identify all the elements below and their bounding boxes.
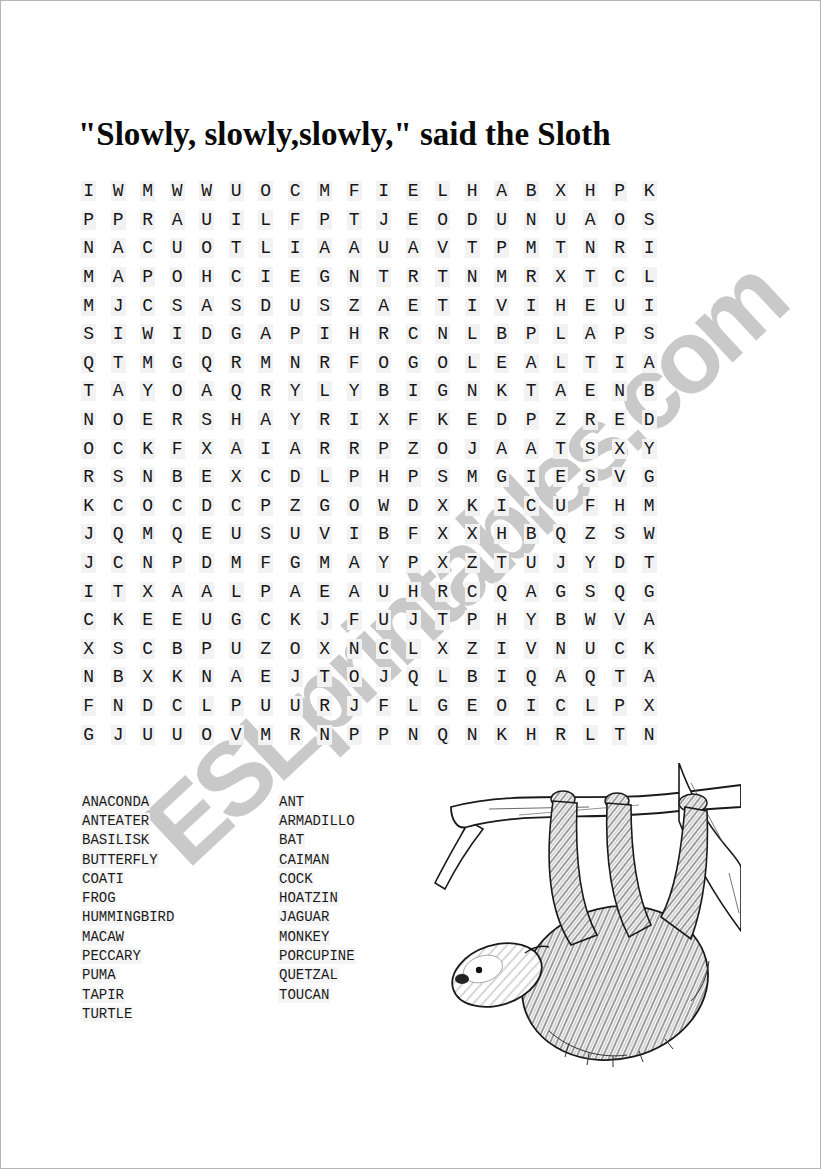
grid-cell[interactable]: R xyxy=(310,349,340,378)
grid-cell[interactable]: Y xyxy=(576,549,606,578)
grid-cell[interactable]: E xyxy=(576,377,606,406)
grid-cell[interactable]: G xyxy=(310,263,340,292)
grid-cell[interactable]: I xyxy=(369,177,399,206)
grid-cell[interactable]: K xyxy=(487,720,517,749)
grid-cell[interactable]: F xyxy=(340,177,370,206)
grid-cell[interactable]: O xyxy=(192,720,222,749)
grid-cell[interactable]: R xyxy=(517,263,547,292)
grid-cell[interactable]: L xyxy=(458,349,488,378)
grid-cell[interactable]: T xyxy=(428,291,458,320)
grid-cell[interactable]: P xyxy=(251,492,281,521)
grid-cell[interactable]: H xyxy=(576,177,606,206)
grid-cell[interactable]: T xyxy=(428,263,458,292)
grid-cell[interactable]: O xyxy=(605,206,635,235)
grid-cell[interactable]: O xyxy=(251,177,281,206)
grid-cell[interactable]: F xyxy=(369,692,399,721)
grid-cell[interactable]: P xyxy=(369,720,399,749)
grid-cell[interactable]: A xyxy=(576,320,606,349)
grid-cell[interactable]: B xyxy=(487,320,517,349)
grid-cell[interactable]: M xyxy=(635,492,665,521)
grid-cell[interactable]: C xyxy=(605,263,635,292)
grid-cell[interactable]: L xyxy=(546,320,576,349)
grid-cell[interactable]: C xyxy=(133,234,163,263)
grid-cell[interactable]: L xyxy=(458,320,488,349)
grid-cell[interactable]: N xyxy=(546,635,576,664)
grid-cell[interactable]: I xyxy=(635,291,665,320)
grid-cell[interactable]: E xyxy=(163,606,193,635)
grid-cell[interactable]: H xyxy=(340,320,370,349)
grid-cell[interactable]: C xyxy=(133,635,163,664)
grid-cell[interactable]: A xyxy=(104,234,134,263)
grid-cell[interactable]: L xyxy=(251,234,281,263)
grid-cell[interactable]: P xyxy=(487,234,517,263)
grid-cell[interactable]: L xyxy=(399,635,429,664)
grid-cell[interactable]: T xyxy=(546,234,576,263)
grid-cell[interactable]: S xyxy=(635,206,665,235)
grid-cell[interactable]: N xyxy=(281,349,311,378)
grid-cell[interactable]: K xyxy=(163,663,193,692)
grid-cell[interactable]: X xyxy=(635,692,665,721)
grid-cell[interactable]: N xyxy=(340,635,370,664)
grid-cell[interactable]: I xyxy=(458,291,488,320)
grid-cell[interactable]: F xyxy=(74,692,104,721)
grid-cell[interactable]: N xyxy=(458,377,488,406)
grid-cell[interactable]: P xyxy=(163,549,193,578)
grid-cell[interactable]: A xyxy=(104,263,134,292)
grid-cell[interactable]: H xyxy=(399,577,429,606)
grid-cell[interactable]: Z xyxy=(399,434,429,463)
grid-cell[interactable]: E xyxy=(576,291,606,320)
grid-cell[interactable]: N xyxy=(133,463,163,492)
grid-cell[interactable]: T xyxy=(576,349,606,378)
grid-cell[interactable]: O xyxy=(104,406,134,435)
grid-cell[interactable]: P xyxy=(222,692,252,721)
grid-cell[interactable]: M xyxy=(74,263,104,292)
grid-cell[interactable]: D xyxy=(605,549,635,578)
grid-cell[interactable]: O xyxy=(163,377,193,406)
grid-cell[interactable]: U xyxy=(163,720,193,749)
grid-cell[interactable]: A xyxy=(517,434,547,463)
grid-cell[interactable]: N xyxy=(74,663,104,692)
grid-cell[interactable]: N xyxy=(340,263,370,292)
grid-cell[interactable]: I xyxy=(635,234,665,263)
grid-cell[interactable]: U xyxy=(192,206,222,235)
grid-cell[interactable]: L xyxy=(399,692,429,721)
grid-cell[interactable]: T xyxy=(104,349,134,378)
grid-cell[interactable]: N xyxy=(605,377,635,406)
grid-cell[interactable]: W xyxy=(104,177,134,206)
grid-cell[interactable]: A xyxy=(310,234,340,263)
grid-cell[interactable]: Y xyxy=(281,377,311,406)
grid-cell[interactable]: W xyxy=(576,606,606,635)
grid-cell[interactable]: V xyxy=(517,635,547,664)
grid-cell[interactable]: N xyxy=(192,663,222,692)
grid-cell[interactable]: V xyxy=(605,463,635,492)
grid-cell[interactable]: P xyxy=(458,606,488,635)
grid-cell[interactable]: J xyxy=(369,663,399,692)
grid-cell[interactable]: J xyxy=(369,206,399,235)
grid-cell[interactable]: J xyxy=(458,434,488,463)
grid-cell[interactable]: Y xyxy=(133,377,163,406)
grid-cell[interactable]: A xyxy=(163,206,193,235)
grid-cell[interactable]: P xyxy=(133,263,163,292)
grid-cell[interactable]: J xyxy=(74,549,104,578)
grid-cell[interactable]: T xyxy=(487,549,517,578)
grid-cell[interactable]: U xyxy=(605,291,635,320)
grid-cell[interactable]: X xyxy=(369,406,399,435)
grid-cell[interactable]: C xyxy=(104,549,134,578)
grid-cell[interactable]: I xyxy=(74,577,104,606)
grid-cell[interactable]: B xyxy=(635,377,665,406)
grid-cell[interactable]: A xyxy=(635,349,665,378)
grid-cell[interactable]: Y xyxy=(340,377,370,406)
grid-cell[interactable]: A xyxy=(192,377,222,406)
grid-cell[interactable]: Q xyxy=(517,663,547,692)
grid-cell[interactable]: T xyxy=(458,234,488,263)
grid-cell[interactable]: R xyxy=(281,720,311,749)
grid-cell[interactable]: P xyxy=(74,206,104,235)
grid-cell[interactable]: U xyxy=(369,577,399,606)
grid-cell[interactable]: E xyxy=(458,692,488,721)
grid-cell[interactable]: L xyxy=(546,349,576,378)
grid-cell[interactable]: N xyxy=(576,234,606,263)
grid-cell[interactable]: O xyxy=(163,263,193,292)
grid-cell[interactable]: Y xyxy=(517,606,547,635)
grid-cell[interactable]: R xyxy=(369,320,399,349)
grid-cell[interactable]: R xyxy=(74,463,104,492)
grid-cell[interactable]: I xyxy=(281,234,311,263)
grid-cell[interactable]: U xyxy=(192,606,222,635)
grid-cell[interactable]: Q xyxy=(74,349,104,378)
grid-cell[interactable]: B xyxy=(517,177,547,206)
grid-cell[interactable]: S xyxy=(251,520,281,549)
grid-cell[interactable]: D xyxy=(251,291,281,320)
grid-cell[interactable]: S xyxy=(576,577,606,606)
grid-cell[interactable]: O xyxy=(340,663,370,692)
grid-cell[interactable]: O xyxy=(428,349,458,378)
grid-cell[interactable]: S xyxy=(222,291,252,320)
grid-cell[interactable]: J xyxy=(281,663,311,692)
grid-cell[interactable]: I xyxy=(517,692,547,721)
grid-cell[interactable]: L xyxy=(251,206,281,235)
grid-cell[interactable]: T xyxy=(369,263,399,292)
grid-cell[interactable]: R xyxy=(222,349,252,378)
grid-cell[interactable]: M xyxy=(458,463,488,492)
grid-cell[interactable]: L xyxy=(310,377,340,406)
grid-cell[interactable]: B xyxy=(369,520,399,549)
grid-cell[interactable]: S xyxy=(576,463,606,492)
grid-cell[interactable]: X xyxy=(133,663,163,692)
grid-cell[interactable]: T xyxy=(576,263,606,292)
grid-cell[interactable]: F xyxy=(281,206,311,235)
grid-cell[interactable]: D xyxy=(635,406,665,435)
grid-cell[interactable]: U xyxy=(222,177,252,206)
grid-cell[interactable]: G xyxy=(428,692,458,721)
grid-cell[interactable]: D xyxy=(192,320,222,349)
grid-cell[interactable]: G xyxy=(635,577,665,606)
grid-cell[interactable]: S xyxy=(428,463,458,492)
grid-cell[interactable]: P xyxy=(340,720,370,749)
grid-cell[interactable]: I xyxy=(340,406,370,435)
grid-cell[interactable]: Q xyxy=(192,349,222,378)
grid-cell[interactable]: B xyxy=(104,663,134,692)
grid-cell[interactable]: T xyxy=(635,549,665,578)
grid-cell[interactable]: K xyxy=(281,606,311,635)
grid-cell[interactable]: A xyxy=(517,349,547,378)
grid-cell[interactable]: C xyxy=(74,606,104,635)
grid-cell[interactable]: U xyxy=(222,635,252,664)
grid-cell[interactable]: T xyxy=(605,720,635,749)
grid-cell[interactable]: X xyxy=(74,635,104,664)
grid-cell[interactable]: M xyxy=(133,177,163,206)
grid-cell[interactable]: N xyxy=(133,549,163,578)
grid-cell[interactable]: U xyxy=(546,206,576,235)
grid-cell[interactable]: R xyxy=(133,206,163,235)
grid-cell[interactable]: R xyxy=(605,234,635,263)
grid-cell[interactable]: A xyxy=(281,577,311,606)
grid-cell[interactable]: I xyxy=(487,492,517,521)
grid-cell[interactable]: Z xyxy=(576,520,606,549)
grid-cell[interactable]: B xyxy=(163,635,193,664)
grid-cell[interactable]: Z xyxy=(251,635,281,664)
grid-cell[interactable]: H xyxy=(517,720,547,749)
grid-cell[interactable]: O xyxy=(340,492,370,521)
grid-cell[interactable]: G xyxy=(222,320,252,349)
grid-cell[interactable]: M xyxy=(310,177,340,206)
grid-cell[interactable]: E xyxy=(399,177,429,206)
grid-cell[interactable]: A xyxy=(635,606,665,635)
grid-cell[interactable]: M xyxy=(487,263,517,292)
grid-cell[interactable]: C xyxy=(399,320,429,349)
grid-cell[interactable]: H xyxy=(546,291,576,320)
grid-cell[interactable]: A xyxy=(222,663,252,692)
grid-cell[interactable]: A xyxy=(192,291,222,320)
grid-cell[interactable]: A xyxy=(487,434,517,463)
grid-cell[interactable]: L xyxy=(192,692,222,721)
grid-cell[interactable]: I xyxy=(251,263,281,292)
grid-cell[interactable]: N xyxy=(310,720,340,749)
grid-cell[interactable]: Q xyxy=(546,520,576,549)
grid-cell[interactable]: H xyxy=(487,606,517,635)
grid-cell[interactable]: C xyxy=(222,492,252,521)
grid-cell[interactable]: X xyxy=(428,549,458,578)
grid-cell[interactable]: U xyxy=(546,492,576,521)
grid-cell[interactable]: F xyxy=(251,549,281,578)
grid-cell[interactable]: O xyxy=(369,349,399,378)
grid-cell[interactable]: C xyxy=(104,434,134,463)
grid-cell[interactable]: C xyxy=(281,177,311,206)
grid-cell[interactable]: I xyxy=(251,434,281,463)
grid-cell[interactable]: Q xyxy=(605,577,635,606)
grid-cell[interactable]: P xyxy=(281,320,311,349)
grid-cell[interactable]: C xyxy=(133,291,163,320)
grid-cell[interactable]: S xyxy=(605,520,635,549)
grid-cell[interactable]: X xyxy=(133,577,163,606)
grid-cell[interactable]: I xyxy=(340,520,370,549)
grid-cell[interactable]: A xyxy=(281,434,311,463)
grid-cell[interactable]: I xyxy=(74,177,104,206)
grid-cell[interactable]: T xyxy=(74,377,104,406)
grid-cell[interactable]: T xyxy=(340,206,370,235)
grid-cell[interactable]: U xyxy=(369,606,399,635)
grid-cell[interactable]: A xyxy=(576,206,606,235)
grid-cell[interactable]: V xyxy=(487,291,517,320)
grid-cell[interactable]: B xyxy=(458,663,488,692)
grid-cell[interactable]: A xyxy=(340,577,370,606)
grid-cell[interactable]: T xyxy=(222,234,252,263)
grid-cell[interactable]: L xyxy=(428,177,458,206)
grid-cell[interactable]: P xyxy=(517,406,547,435)
grid-cell[interactable]: E xyxy=(546,463,576,492)
grid-cell[interactable]: L xyxy=(310,463,340,492)
grid-cell[interactable]: G xyxy=(399,349,429,378)
grid-cell[interactable]: G xyxy=(222,606,252,635)
grid-cell[interactable]: U xyxy=(517,549,547,578)
grid-cell[interactable]: U xyxy=(281,291,311,320)
grid-cell[interactable]: E xyxy=(605,406,635,435)
grid-cell[interactable]: O xyxy=(192,234,222,263)
grid-cell[interactable]: O xyxy=(487,692,517,721)
grid-cell[interactable]: H xyxy=(458,177,488,206)
grid-cell[interactable]: E xyxy=(487,349,517,378)
grid-cell[interactable]: K xyxy=(635,177,665,206)
grid-cell[interactable]: Z xyxy=(340,291,370,320)
grid-cell[interactable]: E xyxy=(133,406,163,435)
grid-cell[interactable]: A xyxy=(340,234,370,263)
grid-cell[interactable]: S xyxy=(576,434,606,463)
grid-cell[interactable]: M xyxy=(310,549,340,578)
grid-cell[interactable]: A xyxy=(635,663,665,692)
grid-cell[interactable]: U xyxy=(163,234,193,263)
grid-cell[interactable]: G xyxy=(74,720,104,749)
grid-cell[interactable]: N xyxy=(517,206,547,235)
grid-cell[interactable]: K xyxy=(487,377,517,406)
grid-cell[interactable]: C xyxy=(369,635,399,664)
grid-cell[interactable]: U xyxy=(251,692,281,721)
grid-cell[interactable]: L xyxy=(576,720,606,749)
grid-cell[interactable]: O xyxy=(133,492,163,521)
grid-cell[interactable]: N xyxy=(74,406,104,435)
grid-cell[interactable]: A xyxy=(222,434,252,463)
grid-cell[interactable]: S xyxy=(635,320,665,349)
grid-cell[interactable]: K xyxy=(458,492,488,521)
grid-cell[interactable]: F xyxy=(340,349,370,378)
grid-cell[interactable]: A xyxy=(192,577,222,606)
grid-cell[interactable]: T xyxy=(546,434,576,463)
grid-cell[interactable]: K xyxy=(104,606,134,635)
grid-cell[interactable]: N xyxy=(104,692,134,721)
grid-cell[interactable]: I xyxy=(222,206,252,235)
grid-cell[interactable]: X xyxy=(428,520,458,549)
grid-cell[interactable]: A xyxy=(399,234,429,263)
grid-cell[interactable]: C xyxy=(251,606,281,635)
grid-cell[interactable]: X xyxy=(546,263,576,292)
grid-cell[interactable]: W xyxy=(635,520,665,549)
grid-cell[interactable]: C xyxy=(546,692,576,721)
grid-cell[interactable]: R xyxy=(310,434,340,463)
grid-cell[interactable]: Y xyxy=(369,549,399,578)
grid-cell[interactable]: M xyxy=(133,520,163,549)
grid-cell[interactable]: N xyxy=(74,234,104,263)
grid-cell[interactable]: X xyxy=(222,463,252,492)
grid-cell[interactable]: I xyxy=(487,635,517,664)
grid-cell[interactable]: O xyxy=(281,635,311,664)
grid-cell[interactable]: B xyxy=(369,377,399,406)
grid-cell[interactable]: I xyxy=(605,349,635,378)
grid-cell[interactable]: M xyxy=(74,291,104,320)
grid-cell[interactable]: O xyxy=(428,434,458,463)
grid-cell[interactable]: E xyxy=(310,577,340,606)
grid-cell[interactable]: P xyxy=(605,692,635,721)
grid-cell[interactable]: U xyxy=(133,720,163,749)
grid-cell[interactable]: K xyxy=(133,434,163,463)
grid-cell[interactable]: P xyxy=(399,463,429,492)
grid-cell[interactable]: D xyxy=(192,492,222,521)
grid-cell[interactable]: D xyxy=(281,463,311,492)
grid-cell[interactable]: H xyxy=(369,463,399,492)
grid-cell[interactable]: M xyxy=(133,349,163,378)
grid-cell[interactable]: Z xyxy=(281,492,311,521)
grid-cell[interactable]: C xyxy=(104,492,134,521)
grid-cell[interactable]: N xyxy=(458,263,488,292)
grid-cell[interactable]: G xyxy=(546,577,576,606)
grid-cell[interactable]: P xyxy=(251,577,281,606)
grid-cell[interactable]: V xyxy=(605,606,635,635)
grid-cell[interactable]: A xyxy=(487,177,517,206)
grid-cell[interactable]: C xyxy=(163,692,193,721)
grid-cell[interactable]: E xyxy=(251,663,281,692)
grid-cell[interactable]: D xyxy=(458,206,488,235)
grid-cell[interactable]: L xyxy=(576,692,606,721)
grid-cell[interactable]: C xyxy=(163,492,193,521)
grid-cell[interactable]: H xyxy=(222,406,252,435)
grid-cell[interactable]: X xyxy=(310,635,340,664)
grid-cell[interactable]: C xyxy=(605,635,635,664)
grid-cell[interactable]: F xyxy=(340,606,370,635)
grid-cell[interactable]: C xyxy=(517,492,547,521)
grid-cell[interactable]: W xyxy=(192,177,222,206)
grid-cell[interactable]: B xyxy=(163,463,193,492)
grid-cell[interactable]: J xyxy=(104,720,134,749)
grid-cell[interactable]: P xyxy=(399,549,429,578)
grid-cell[interactable]: Z xyxy=(458,549,488,578)
grid-cell[interactable]: S xyxy=(192,406,222,435)
grid-cell[interactable]: F xyxy=(399,520,429,549)
grid-cell[interactable]: R xyxy=(399,263,429,292)
grid-cell[interactable]: K xyxy=(635,635,665,664)
grid-cell[interactable]: J xyxy=(399,606,429,635)
grid-cell[interactable]: D xyxy=(133,692,163,721)
grid-cell[interactable]: K xyxy=(74,492,104,521)
grid-cell[interactable]: P xyxy=(104,206,134,235)
grid-cell[interactable]: A xyxy=(546,663,576,692)
grid-cell[interactable]: U xyxy=(369,234,399,263)
grid-cell[interactable]: X xyxy=(458,520,488,549)
grid-cell[interactable]: M xyxy=(517,234,547,263)
grid-cell[interactable]: I xyxy=(310,320,340,349)
grid-cell[interactable]: Q xyxy=(163,520,193,549)
grid-cell[interactable]: Q xyxy=(222,377,252,406)
grid-cell[interactable]: D xyxy=(192,549,222,578)
grid-cell[interactable]: A xyxy=(517,577,547,606)
grid-cell[interactable]: Q xyxy=(428,720,458,749)
grid-cell[interactable]: A xyxy=(546,377,576,406)
grid-cell[interactable]: F xyxy=(399,406,429,435)
grid-cell[interactable]: T xyxy=(605,663,635,692)
grid-cell[interactable]: G xyxy=(163,349,193,378)
grid-cell[interactable]: Y xyxy=(281,406,311,435)
grid-cell[interactable]: R xyxy=(163,406,193,435)
